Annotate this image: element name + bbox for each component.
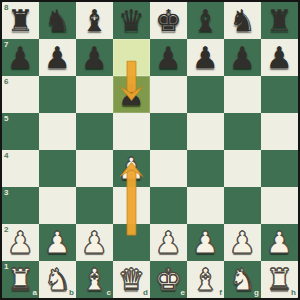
square-c1[interactable]: c♝ — [76, 261, 113, 298]
piece-white-pawn[interactable]: ♟ — [229, 224, 256, 261]
square-e8[interactable]: ♚ — [150, 2, 187, 39]
square-c7[interactable]: ♟ — [76, 39, 113, 76]
piece-black-pawn[interactable]: ♟ — [266, 39, 293, 76]
piece-black-pawn[interactable]: ♟ — [81, 39, 108, 76]
square-d8[interactable]: ♛ — [113, 2, 150, 39]
piece-black-pawn[interactable]: ♟ — [155, 39, 182, 76]
piece-white-bishop[interactable]: ♝ — [81, 261, 108, 298]
square-b5[interactable] — [39, 113, 76, 150]
piece-white-rook[interactable]: ♜ — [7, 261, 34, 298]
square-a8[interactable]: 8♜ — [2, 2, 39, 39]
square-g3[interactable] — [224, 187, 261, 224]
square-h5[interactable] — [261, 113, 298, 150]
square-h2[interactable]: ♟ — [261, 224, 298, 261]
square-e7[interactable]: ♟ — [150, 39, 187, 76]
square-a7[interactable]: 7♟ — [2, 39, 39, 76]
piece-black-rook[interactable]: ♜ — [266, 2, 293, 39]
square-f2[interactable]: ♟ — [187, 224, 224, 261]
square-d3[interactable] — [113, 187, 150, 224]
file-label-f: f — [219, 288, 222, 297]
piece-black-pawn[interactable]: ♟ — [229, 39, 256, 76]
piece-white-pawn[interactable]: ♟ — [44, 224, 71, 261]
square-a1[interactable]: 1a♜ — [2, 261, 39, 298]
square-f4[interactable] — [187, 150, 224, 187]
square-h8[interactable]: ♜ — [261, 2, 298, 39]
piece-white-pawn[interactable]: ♟ — [7, 224, 34, 261]
piece-black-pawn[interactable]: ♟ — [118, 76, 145, 113]
square-c3[interactable] — [76, 187, 113, 224]
piece-black-queen[interactable]: ♛ — [118, 2, 145, 39]
square-g8[interactable]: ♞ — [224, 2, 261, 39]
piece-white-pawn[interactable]: ♟ — [155, 224, 182, 261]
piece-black-king[interactable]: ♚ — [155, 2, 182, 39]
board: 8♜♞♝♛♚♝♞♜7♟♟♟♟♟♟♟6♟54♟32♟♟♟♟♟♟♟1a♜b♞c♝d♛… — [2, 2, 298, 298]
square-b3[interactable] — [39, 187, 76, 224]
piece-black-bishop[interactable]: ♝ — [192, 2, 219, 39]
piece-black-pawn[interactable]: ♟ — [7, 39, 34, 76]
piece-black-rook[interactable]: ♜ — [7, 2, 34, 39]
piece-black-pawn[interactable]: ♟ — [192, 39, 219, 76]
square-f1[interactable]: f♝ — [187, 261, 224, 298]
piece-white-rook[interactable]: ♜ — [266, 261, 293, 298]
square-a4[interactable]: 4 — [2, 150, 39, 187]
square-e4[interactable] — [150, 150, 187, 187]
piece-white-knight[interactable]: ♞ — [229, 261, 256, 298]
square-h1[interactable]: h♜ — [261, 261, 298, 298]
square-b4[interactable] — [39, 150, 76, 187]
square-b7[interactable]: ♟ — [39, 39, 76, 76]
piece-white-pawn[interactable]: ♟ — [266, 224, 293, 261]
square-g4[interactable] — [224, 150, 261, 187]
square-d7[interactable] — [113, 39, 150, 76]
square-e6[interactable] — [150, 76, 187, 113]
square-a3[interactable]: 3 — [2, 187, 39, 224]
square-e2[interactable]: ♟ — [150, 224, 187, 261]
square-f7[interactable]: ♟ — [187, 39, 224, 76]
square-h6[interactable] — [261, 76, 298, 113]
chess-board-frame: 8♜♞♝♛♚♝♞♜7♟♟♟♟♟♟♟6♟54♟32♟♟♟♟♟♟♟1a♜b♞c♝d♛… — [0, 0, 300, 300]
square-f5[interactable] — [187, 113, 224, 150]
square-c4[interactable] — [76, 150, 113, 187]
square-g2[interactable]: ♟ — [224, 224, 261, 261]
square-c2[interactable]: ♟ — [76, 224, 113, 261]
square-b2[interactable]: ♟ — [39, 224, 76, 261]
piece-black-knight[interactable]: ♞ — [44, 2, 71, 39]
square-b1[interactable]: b♞ — [39, 261, 76, 298]
square-g6[interactable] — [224, 76, 261, 113]
square-e5[interactable] — [150, 113, 187, 150]
rank-label-4: 4 — [4, 151, 8, 160]
square-f8[interactable]: ♝ — [187, 2, 224, 39]
square-c5[interactable] — [76, 113, 113, 150]
square-g7[interactable]: ♟ — [224, 39, 261, 76]
square-b8[interactable]: ♞ — [39, 2, 76, 39]
square-g1[interactable]: g♞ — [224, 261, 261, 298]
square-d6[interactable]: ♟ — [113, 76, 150, 113]
square-e1[interactable]: e♚ — [150, 261, 187, 298]
piece-white-knight[interactable]: ♞ — [44, 261, 71, 298]
piece-white-king[interactable]: ♚ — [155, 261, 182, 298]
piece-black-pawn[interactable]: ♟ — [44, 39, 71, 76]
piece-black-bishop[interactable]: ♝ — [81, 2, 108, 39]
square-d2[interactable] — [113, 224, 150, 261]
square-d1[interactable]: d♛ — [113, 261, 150, 298]
rank-label-3: 3 — [4, 188, 8, 197]
square-a5[interactable]: 5 — [2, 113, 39, 150]
piece-white-pawn[interactable]: ♟ — [118, 150, 145, 187]
square-b6[interactable] — [39, 76, 76, 113]
square-h7[interactable]: ♟ — [261, 39, 298, 76]
piece-white-pawn[interactable]: ♟ — [192, 224, 219, 261]
rank-label-6: 6 — [4, 77, 8, 86]
square-e3[interactable] — [150, 187, 187, 224]
square-a2[interactable]: 2♟ — [2, 224, 39, 261]
square-h4[interactable] — [261, 150, 298, 187]
piece-white-queen[interactable]: ♛ — [118, 261, 145, 298]
square-f6[interactable] — [187, 76, 224, 113]
square-g5[interactable] — [224, 113, 261, 150]
square-f3[interactable] — [187, 187, 224, 224]
square-d4[interactable]: ♟ — [113, 150, 150, 187]
square-c8[interactable]: ♝ — [76, 2, 113, 39]
piece-black-knight[interactable]: ♞ — [229, 2, 256, 39]
square-h3[interactable] — [261, 187, 298, 224]
rank-label-5: 5 — [4, 114, 8, 123]
square-c6[interactable] — [76, 76, 113, 113]
piece-white-bishop[interactable]: ♝ — [192, 261, 219, 298]
square-a6[interactable]: 6 — [2, 76, 39, 113]
piece-white-pawn[interactable]: ♟ — [81, 224, 108, 261]
square-d5[interactable] — [113, 113, 150, 150]
